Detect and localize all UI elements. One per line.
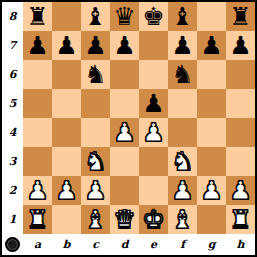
square-e8[interactable]: ♚ (139, 2, 168, 31)
white-pawn: ♟ (55, 176, 77, 205)
square-c4[interactable] (81, 118, 110, 147)
black-bishop: ♝ (84, 2, 106, 31)
rank-label-8: 8 (2, 2, 23, 31)
square-b1[interactable] (52, 205, 81, 234)
square-b7[interactable]: ♟ (52, 31, 81, 60)
square-h6[interactable] (226, 60, 255, 89)
square-g6[interactable] (197, 60, 226, 89)
file-label-g: g (197, 234, 226, 255)
black-king: ♚ (142, 2, 164, 31)
file-label-a: a (23, 234, 52, 255)
black-knight: ♞ (84, 60, 106, 89)
square-c2[interactable]: ♟ (81, 176, 110, 205)
square-f4[interactable] (168, 118, 197, 147)
rank-labels: 87654321 (2, 2, 23, 234)
white-king: ♚ (142, 205, 164, 234)
black-pawn: ♟ (200, 31, 222, 60)
square-c3[interactable]: ♞ (81, 147, 110, 176)
square-g1[interactable] (197, 205, 226, 234)
square-g5[interactable] (197, 89, 226, 118)
rank-label-5: 5 (2, 89, 23, 118)
turn-indicator (2, 234, 23, 255)
white-pawn: ♟ (26, 176, 48, 205)
black-pawn: ♟ (84, 31, 106, 60)
square-h7[interactable]: ♟ (226, 31, 255, 60)
file-label-c: c (81, 234, 110, 255)
chess-board[interactable]: ♜♝♛♚♝♜♟♟♟♟♟♟♟♞♞♟♟♟♞♞♟♟♟♟♟♟♜♝♛♚♝♜ (23, 2, 255, 234)
chess-board-frame: 87654321 ♜♝♛♚♝♜♟♟♟♟♟♟♟♞♞♟♟♟♞♞♟♟♟♟♟♟♜♝♛♚♝… (0, 0, 257, 257)
square-c6[interactable]: ♞ (81, 60, 110, 89)
square-e3[interactable] (139, 147, 168, 176)
square-b2[interactable]: ♟ (52, 176, 81, 205)
black-knight: ♞ (171, 60, 193, 89)
square-d7[interactable]: ♟ (110, 31, 139, 60)
square-d6[interactable] (110, 60, 139, 89)
square-e2[interactable] (139, 176, 168, 205)
white-knight: ♞ (84, 147, 106, 176)
white-pawn: ♟ (142, 118, 164, 147)
square-d4[interactable]: ♟ (110, 118, 139, 147)
square-g2[interactable]: ♟ (197, 176, 226, 205)
black-pawn: ♟ (55, 31, 77, 60)
square-a2[interactable]: ♟ (23, 176, 52, 205)
square-a6[interactable] (23, 60, 52, 89)
square-e1[interactable]: ♚ (139, 205, 168, 234)
white-knight: ♞ (171, 147, 193, 176)
rank-label-2: 2 (2, 176, 23, 205)
square-h2[interactable]: ♟ (226, 176, 255, 205)
square-f1[interactable]: ♝ (168, 205, 197, 234)
black-pawn: ♟ (142, 89, 164, 118)
white-pawn: ♟ (200, 176, 222, 205)
black-rook: ♜ (229, 2, 251, 31)
square-d5[interactable] (110, 89, 139, 118)
file-label-h: h (226, 234, 255, 255)
rank-label-7: 7 (2, 31, 23, 60)
rank-label-1: 1 (2, 205, 23, 234)
square-e7[interactable] (139, 31, 168, 60)
square-e4[interactable]: ♟ (139, 118, 168, 147)
square-g4[interactable] (197, 118, 226, 147)
white-rook: ♜ (26, 205, 48, 234)
square-f5[interactable] (168, 89, 197, 118)
square-e6[interactable] (139, 60, 168, 89)
square-f6[interactable]: ♞ (168, 60, 197, 89)
square-h8[interactable]: ♜ (226, 2, 255, 31)
square-a4[interactable] (23, 118, 52, 147)
square-c7[interactable]: ♟ (81, 31, 110, 60)
white-pawn: ♟ (113, 118, 135, 147)
file-label-b: b (52, 234, 81, 255)
black-bishop: ♝ (171, 2, 193, 31)
white-queen: ♛ (113, 205, 135, 234)
square-a3[interactable] (23, 147, 52, 176)
square-b8[interactable] (52, 2, 81, 31)
black-pawn: ♟ (113, 31, 135, 60)
black-to-move-icon (5, 237, 20, 252)
square-f8[interactable]: ♝ (168, 2, 197, 31)
square-h1[interactable]: ♜ (226, 205, 255, 234)
white-rook: ♜ (229, 205, 251, 234)
square-f3[interactable]: ♞ (168, 147, 197, 176)
square-a1[interactable]: ♜ (23, 205, 52, 234)
black-pawn: ♟ (171, 31, 193, 60)
square-d2[interactable] (110, 176, 139, 205)
square-c8[interactable]: ♝ (81, 2, 110, 31)
square-c1[interactable]: ♝ (81, 205, 110, 234)
square-a8[interactable]: ♜ (23, 2, 52, 31)
square-d8[interactable]: ♛ (110, 2, 139, 31)
white-bishop: ♝ (171, 205, 193, 234)
square-f7[interactable]: ♟ (168, 31, 197, 60)
square-a5[interactable] (23, 89, 52, 118)
square-g7[interactable]: ♟ (197, 31, 226, 60)
rank-label-4: 4 (2, 118, 23, 147)
white-bishop: ♝ (84, 205, 106, 234)
square-f2[interactable]: ♟ (168, 176, 197, 205)
square-b4[interactable] (52, 118, 81, 147)
black-rook: ♜ (26, 2, 48, 31)
file-labels: abcdefgh (23, 234, 255, 255)
square-h5[interactable] (226, 89, 255, 118)
black-pawn: ♟ (229, 31, 251, 60)
file-label-d: d (110, 234, 139, 255)
white-pawn: ♟ (229, 176, 251, 205)
square-h3[interactable] (226, 147, 255, 176)
rank-label-6: 6 (2, 60, 23, 89)
file-label-f: f (168, 234, 197, 255)
square-e5[interactable]: ♟ (139, 89, 168, 118)
square-b3[interactable] (52, 147, 81, 176)
square-b6[interactable] (52, 60, 81, 89)
square-b5[interactable] (52, 89, 81, 118)
file-label-e: e (139, 234, 168, 255)
square-c5[interactable] (81, 89, 110, 118)
black-pawn: ♟ (26, 31, 48, 60)
white-pawn: ♟ (84, 176, 106, 205)
square-g8[interactable] (197, 2, 226, 31)
square-d1[interactable]: ♛ (110, 205, 139, 234)
white-pawn: ♟ (171, 176, 193, 205)
square-a7[interactable]: ♟ (23, 31, 52, 60)
black-queen: ♛ (113, 2, 135, 31)
square-h4[interactable] (226, 118, 255, 147)
rank-label-3: 3 (2, 147, 23, 176)
square-d3[interactable] (110, 147, 139, 176)
square-g3[interactable] (197, 147, 226, 176)
